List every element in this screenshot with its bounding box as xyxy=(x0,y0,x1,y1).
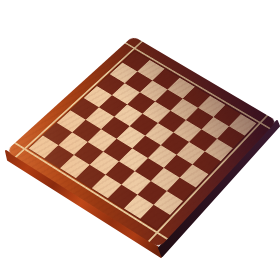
photo-stage xyxy=(0,0,280,280)
